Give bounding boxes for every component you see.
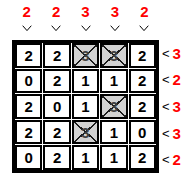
- column-clue: 3: [71, 2, 100, 20]
- grid-cell[interactable]: 2: [129, 94, 156, 119]
- less-than-icon: <: [162, 127, 170, 140]
- grid-cell[interactable]: 0: [15, 145, 42, 170]
- row-clue-value: 2: [173, 72, 181, 87]
- column-clue: 3: [100, 2, 129, 20]
- grid-cell[interactable]: 2: [43, 120, 70, 145]
- grid-cell[interactable]: 3: [100, 43, 127, 68]
- row-clue: < 3: [160, 120, 188, 147]
- down-chevron-icon: [71, 23, 100, 33]
- grid-cell[interactable]: 1: [100, 120, 127, 145]
- grid-cell[interactable]: 2: [15, 43, 42, 68]
- grid-cell[interactable]: 3: [72, 120, 99, 145]
- grid-cell[interactable]: 1: [100, 69, 127, 94]
- grid-cell[interactable]: 0: [15, 69, 42, 94]
- column-clue: 2: [12, 2, 41, 20]
- grid-cell[interactable]: 0: [129, 120, 156, 145]
- row-clue: < 3: [160, 40, 188, 67]
- down-chevron-icon: [12, 23, 41, 33]
- grid-cell[interactable]: 2: [15, 94, 42, 119]
- grid-cell[interactable]: 3: [72, 43, 99, 68]
- less-than-icon: <: [162, 100, 170, 113]
- puzzle-page: 2 2 3 3 2 2 2 3 3 2 0 2 1 1 2 2 0 1 3 2 …: [0, 0, 188, 188]
- grid-cell[interactable]: 1: [72, 94, 99, 119]
- row-clue: < 2: [160, 146, 188, 173]
- less-than-icon: <: [162, 153, 170, 166]
- down-chevron-icon: [100, 23, 129, 33]
- grid-cell[interactable]: 1: [72, 145, 99, 170]
- column-clue: 2: [130, 2, 159, 20]
- grid-cell[interactable]: 1: [100, 145, 127, 170]
- grid-cell[interactable]: 2: [43, 69, 70, 94]
- grid-cell[interactable]: 2: [15, 120, 42, 145]
- grid-cell[interactable]: 2: [43, 145, 70, 170]
- grid-cell[interactable]: 1: [72, 69, 99, 94]
- grid-cell[interactable]: 2: [129, 145, 156, 170]
- less-than-icon: <: [162, 47, 170, 60]
- down-chevron-icon: [41, 23, 70, 33]
- row-clue-value: 3: [173, 46, 181, 61]
- column-clue: 2: [41, 2, 70, 20]
- row-clues-column: < 3 < 2 < 3 < 3 < 2: [160, 40, 188, 173]
- row-clue: < 2: [160, 67, 188, 94]
- puzzle-board: 2 2 3 3 2 0 2 1 1 2 2 0 1 3 2 2 2 3 1 0 …: [12, 40, 159, 173]
- grid-cell[interactable]: 2: [43, 43, 70, 68]
- less-than-icon: <: [162, 73, 170, 86]
- grid-cell[interactable]: 0: [43, 94, 70, 119]
- row-clue-value: 2: [173, 152, 181, 167]
- row-clue: < 3: [160, 93, 188, 120]
- grid-cell[interactable]: 3: [100, 94, 127, 119]
- column-arrows-row: [12, 23, 159, 33]
- row-clue-value: 3: [173, 126, 181, 141]
- column-clues-row: 2 2 3 3 2: [12, 2, 159, 20]
- down-chevron-icon: [130, 23, 159, 33]
- grid-cell[interactable]: 2: [129, 43, 156, 68]
- grid-cell[interactable]: 2: [129, 69, 156, 94]
- row-clue-value: 3: [173, 99, 181, 114]
